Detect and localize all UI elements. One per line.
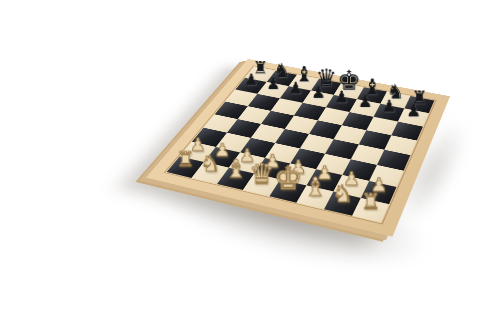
chess-set-photo: ♜♞♝♛♚♝♞♜♟♟♟♟♟♟♟♟♟♟♟♟♟♟♟♟♜♞♝♛♚♝♞♜ — [0, 0, 496, 330]
black-pawn-f7[interactable]: ♟ — [358, 94, 373, 110]
white-king-e1[interactable]: ♚ — [274, 163, 303, 195]
black-pawn-h7[interactable]: ♟ — [406, 103, 421, 119]
black-pawn-a7[interactable]: ♟ — [244, 72, 258, 88]
white-knight-b1[interactable]: ♞ — [200, 153, 220, 175]
white-bishop-f1[interactable]: ♝ — [304, 175, 327, 201]
white-bishop-c1[interactable]: ♝ — [225, 157, 247, 182]
square-h1[interactable]: ♜ — [352, 198, 389, 223]
black-pawn-b7[interactable]: ♟ — [266, 76, 280, 92]
black-pawn-g7[interactable]: ♟ — [382, 98, 397, 114]
white-queen-d1[interactable]: ♛ — [249, 160, 274, 188]
white-rook-a1[interactable]: ♜ — [176, 149, 194, 169]
black-pawn-d7[interactable]: ♟ — [311, 85, 325, 101]
black-pawn-c7[interactable]: ♟ — [289, 80, 303, 96]
white-knight-g1[interactable]: ♞ — [332, 183, 353, 207]
white-rook-h1[interactable]: ♜ — [361, 191, 380, 213]
black-pawn-e7[interactable]: ♟ — [334, 89, 348, 105]
